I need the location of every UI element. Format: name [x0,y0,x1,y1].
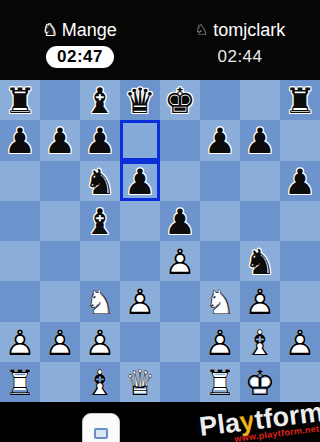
square-d2[interactable] [120,322,160,362]
square-b8[interactable] [40,80,80,120]
square-h5[interactable] [280,201,320,241]
player-black-clock-row: 02:47 [46,46,114,68]
square-e1[interactable] [160,362,200,402]
white-knight: ♞♘ [80,281,120,321]
white-pawn-outline-glyph: ♙ [40,322,80,362]
white-pawn: ♟♙ [240,281,280,321]
white-rook: ♜♖ [200,362,240,402]
white-knight: ♞♘ [200,281,240,321]
square-icon [94,428,108,439]
square-c2[interactable]: ♟♙ [80,322,120,362]
player-white-section: ♘ tomjclark 02:44 [160,0,320,80]
white-pawn-outline-glyph: ♙ [120,281,160,321]
square-g5[interactable] [240,201,280,241]
white-pawn-glyph: ♟ [80,322,120,362]
black-pawn-glyph: ♟ [280,161,320,201]
black-queen-glyph: ♛ [120,80,160,120]
square-d8[interactable]: ♛ [120,80,160,120]
black-pawn: ♟ [40,120,80,160]
square-g4[interactable]: ♞ [240,241,280,281]
square-g7[interactable]: ♟ [240,120,280,160]
square-a8[interactable]: ♜ [0,80,40,120]
square-e6[interactable] [160,161,200,201]
black-bishop-glyph: ♝ [80,80,120,120]
square-b5[interactable] [40,201,80,241]
white-knight-icon: ♘ [195,22,208,38]
square-h8[interactable]: ♜ [280,80,320,120]
square-h2[interactable]: ♟♙ [280,322,320,362]
white-pawn-outline-glyph: ♙ [200,322,240,362]
black-pawn: ♟ [240,120,280,160]
bottom-toolbar-button[interactable] [82,413,120,442]
square-a3[interactable] [0,281,40,321]
player-white-name-row: ♘ tomjclark [195,21,285,39]
black-knight-icon: ♞ [43,22,56,38]
square-d7[interactable] [120,120,160,160]
player-white-clock: 02:44 [217,47,262,67]
white-queen: ♛♕ [120,362,160,402]
white-bishop: ♝♗ [240,322,280,362]
chess-board: ♜♝♛♚♜♟♟♟♟♟♞♟♟♝♟♟♙♞♞♘♟♙♞♘♟♙♟♙♟♙♟♙♟♙♝♗♟♙♜♖… [0,80,320,402]
white-rook-outline-glyph: ♖ [0,362,40,402]
square-a7[interactable]: ♟ [0,120,40,160]
white-bishop: ♝♗ [80,362,120,402]
white-bishop-glyph: ♝ [80,362,120,402]
white-king: ♚♔ [240,362,280,402]
white-pawn-glyph: ♟ [280,322,320,362]
square-b1[interactable] [40,362,80,402]
square-f4[interactable] [200,241,240,281]
white-pawn-outline-glyph: ♙ [240,281,280,321]
square-c3[interactable]: ♞♘ [80,281,120,321]
square-e5[interactable]: ♟ [160,201,200,241]
player-white-clock-row: 02:44 [217,46,262,68]
square-c1[interactable]: ♝♗ [80,362,120,402]
black-rook: ♜ [280,80,320,120]
white-king-outline-glyph: ♔ [240,362,280,402]
square-a4[interactable] [0,241,40,281]
app-screen: ♞ Mange 02:47 ♘ tomjclark 02:44 ♜♝♛♚♜♟♟♟… [0,0,320,442]
square-c7[interactable]: ♟ [80,120,120,160]
black-pawn-glyph: ♟ [0,120,40,160]
playtform-watermark: Playtform www.playtform.net [198,399,320,442]
white-pawn: ♟♙ [200,322,240,362]
square-a1[interactable]: ♜♖ [0,362,40,402]
square-f3[interactable]: ♞♘ [200,281,240,321]
black-pawn-glyph: ♟ [80,120,120,160]
black-pawn-glyph: ♟ [120,161,160,201]
white-knight-outline-glyph: ♘ [80,281,120,321]
black-queen: ♛ [120,80,160,120]
white-pawn: ♟♙ [80,322,120,362]
black-pawn: ♟ [200,120,240,160]
white-queen-glyph: ♛ [120,362,160,402]
white-bishop-outline-glyph: ♗ [240,322,280,362]
black-pawn: ♟ [120,161,160,201]
square-g8[interactable] [240,80,280,120]
player-black-name-row: ♞ Mange [43,21,117,39]
square-f1[interactable]: ♜♖ [200,362,240,402]
square-g2[interactable]: ♝♗ [240,322,280,362]
black-pawn-glyph: ♟ [200,120,240,160]
white-pawn: ♟♙ [280,322,320,362]
black-knight-glyph: ♞ [80,161,120,201]
square-g1[interactable]: ♚♔ [240,362,280,402]
square-h6[interactable]: ♟ [280,161,320,201]
black-knight: ♞ [80,161,120,201]
player-black-section: ♞ Mange 02:47 [0,0,160,80]
player-white-name: tomjclark [213,21,285,39]
black-pawn: ♟ [80,120,120,160]
black-pawn: ♟ [280,161,320,201]
white-pawn-glyph: ♟ [200,322,240,362]
white-pawn-outline-glyph: ♙ [160,241,200,281]
white-queen-outline-glyph: ♕ [120,362,160,402]
white-rook: ♜♖ [0,362,40,402]
square-b4[interactable] [40,241,80,281]
square-e2[interactable] [160,322,200,362]
white-bishop-glyph: ♝ [240,322,280,362]
square-a5[interactable] [0,201,40,241]
white-bishop-outline-glyph: ♗ [80,362,120,402]
white-pawn-outline-glyph: ♙ [80,322,120,362]
square-c8[interactable]: ♝ [80,80,120,120]
black-bishop: ♝ [80,80,120,120]
square-g3[interactable]: ♟♙ [240,281,280,321]
square-d3[interactable]: ♟♙ [120,281,160,321]
white-pawn: ♟♙ [40,322,80,362]
square-e3[interactable] [160,281,200,321]
white-pawn: ♟♙ [160,241,200,281]
square-d6[interactable]: ♟ [120,161,160,201]
square-h4[interactable] [280,241,320,281]
square-a2[interactable]: ♟♙ [0,322,40,362]
black-pawn: ♟ [160,201,200,241]
square-f2[interactable]: ♟♙ [200,322,240,362]
square-f8[interactable] [200,80,240,120]
white-pawn-outline-glyph: ♙ [280,322,320,362]
white-pawn: ♟♙ [120,281,160,321]
white-knight-outline-glyph: ♘ [200,281,240,321]
square-g6[interactable] [240,161,280,201]
black-pawn: ♟ [0,120,40,160]
square-c6[interactable]: ♞ [80,161,120,201]
white-rook-outline-glyph: ♖ [200,362,240,402]
square-h3[interactable] [280,281,320,321]
black-rook: ♜ [0,80,40,120]
black-bishop-glyph: ♝ [80,201,120,241]
square-f6[interactable] [200,161,240,201]
black-pawn-glyph: ♟ [240,120,280,160]
white-pawn-glyph: ♟ [120,281,160,321]
white-rook-glyph: ♜ [200,362,240,402]
black-king: ♚ [160,80,200,120]
square-h1[interactable] [280,362,320,402]
square-e8[interactable]: ♚ [160,80,200,120]
square-e7[interactable] [160,120,200,160]
white-pawn-glyph: ♟ [160,241,200,281]
black-bishop: ♝ [80,201,120,241]
white-pawn-glyph: ♟ [0,322,40,362]
player-black-clock: 02:47 [46,46,114,68]
white-pawn: ♟♙ [0,322,40,362]
black-knight-glyph: ♞ [240,241,280,281]
square-e4[interactable]: ♟♙ [160,241,200,281]
white-knight-glyph: ♞ [80,281,120,321]
white-pawn-outline-glyph: ♙ [0,322,40,362]
watermark-logo: Playtform [198,399,320,441]
square-h7[interactable] [280,120,320,160]
bottom-bar: Playtform www.playtform.net [0,402,320,442]
black-knight: ♞ [240,241,280,281]
square-d4[interactable] [120,241,160,281]
square-b2[interactable]: ♟♙ [40,322,80,362]
square-b3[interactable] [40,281,80,321]
square-f7[interactable]: ♟ [200,120,240,160]
square-b6[interactable] [40,161,80,201]
black-rook-glyph: ♜ [0,80,40,120]
white-king-glyph: ♚ [240,362,280,402]
white-knight-glyph: ♞ [200,281,240,321]
square-a6[interactable] [0,161,40,201]
square-c5[interactable]: ♝ [80,201,120,241]
square-d5[interactable] [120,201,160,241]
black-pawn-glyph: ♟ [160,201,200,241]
square-d1[interactable]: ♛♕ [120,362,160,402]
black-pawn-glyph: ♟ [40,120,80,160]
player-black-name: Mange [62,21,117,39]
white-pawn-glyph: ♟ [240,281,280,321]
square-b7[interactable]: ♟ [40,120,80,160]
black-rook-glyph: ♜ [280,80,320,120]
watermark-url: www.playtform.net [201,424,320,442]
white-pawn-glyph: ♟ [40,322,80,362]
black-king-glyph: ♚ [160,80,200,120]
white-rook-glyph: ♜ [0,362,40,402]
game-header: ♞ Mange 02:47 ♘ tomjclark 02:44 [0,0,320,80]
square-c4[interactable] [80,241,120,281]
square-f5[interactable] [200,201,240,241]
